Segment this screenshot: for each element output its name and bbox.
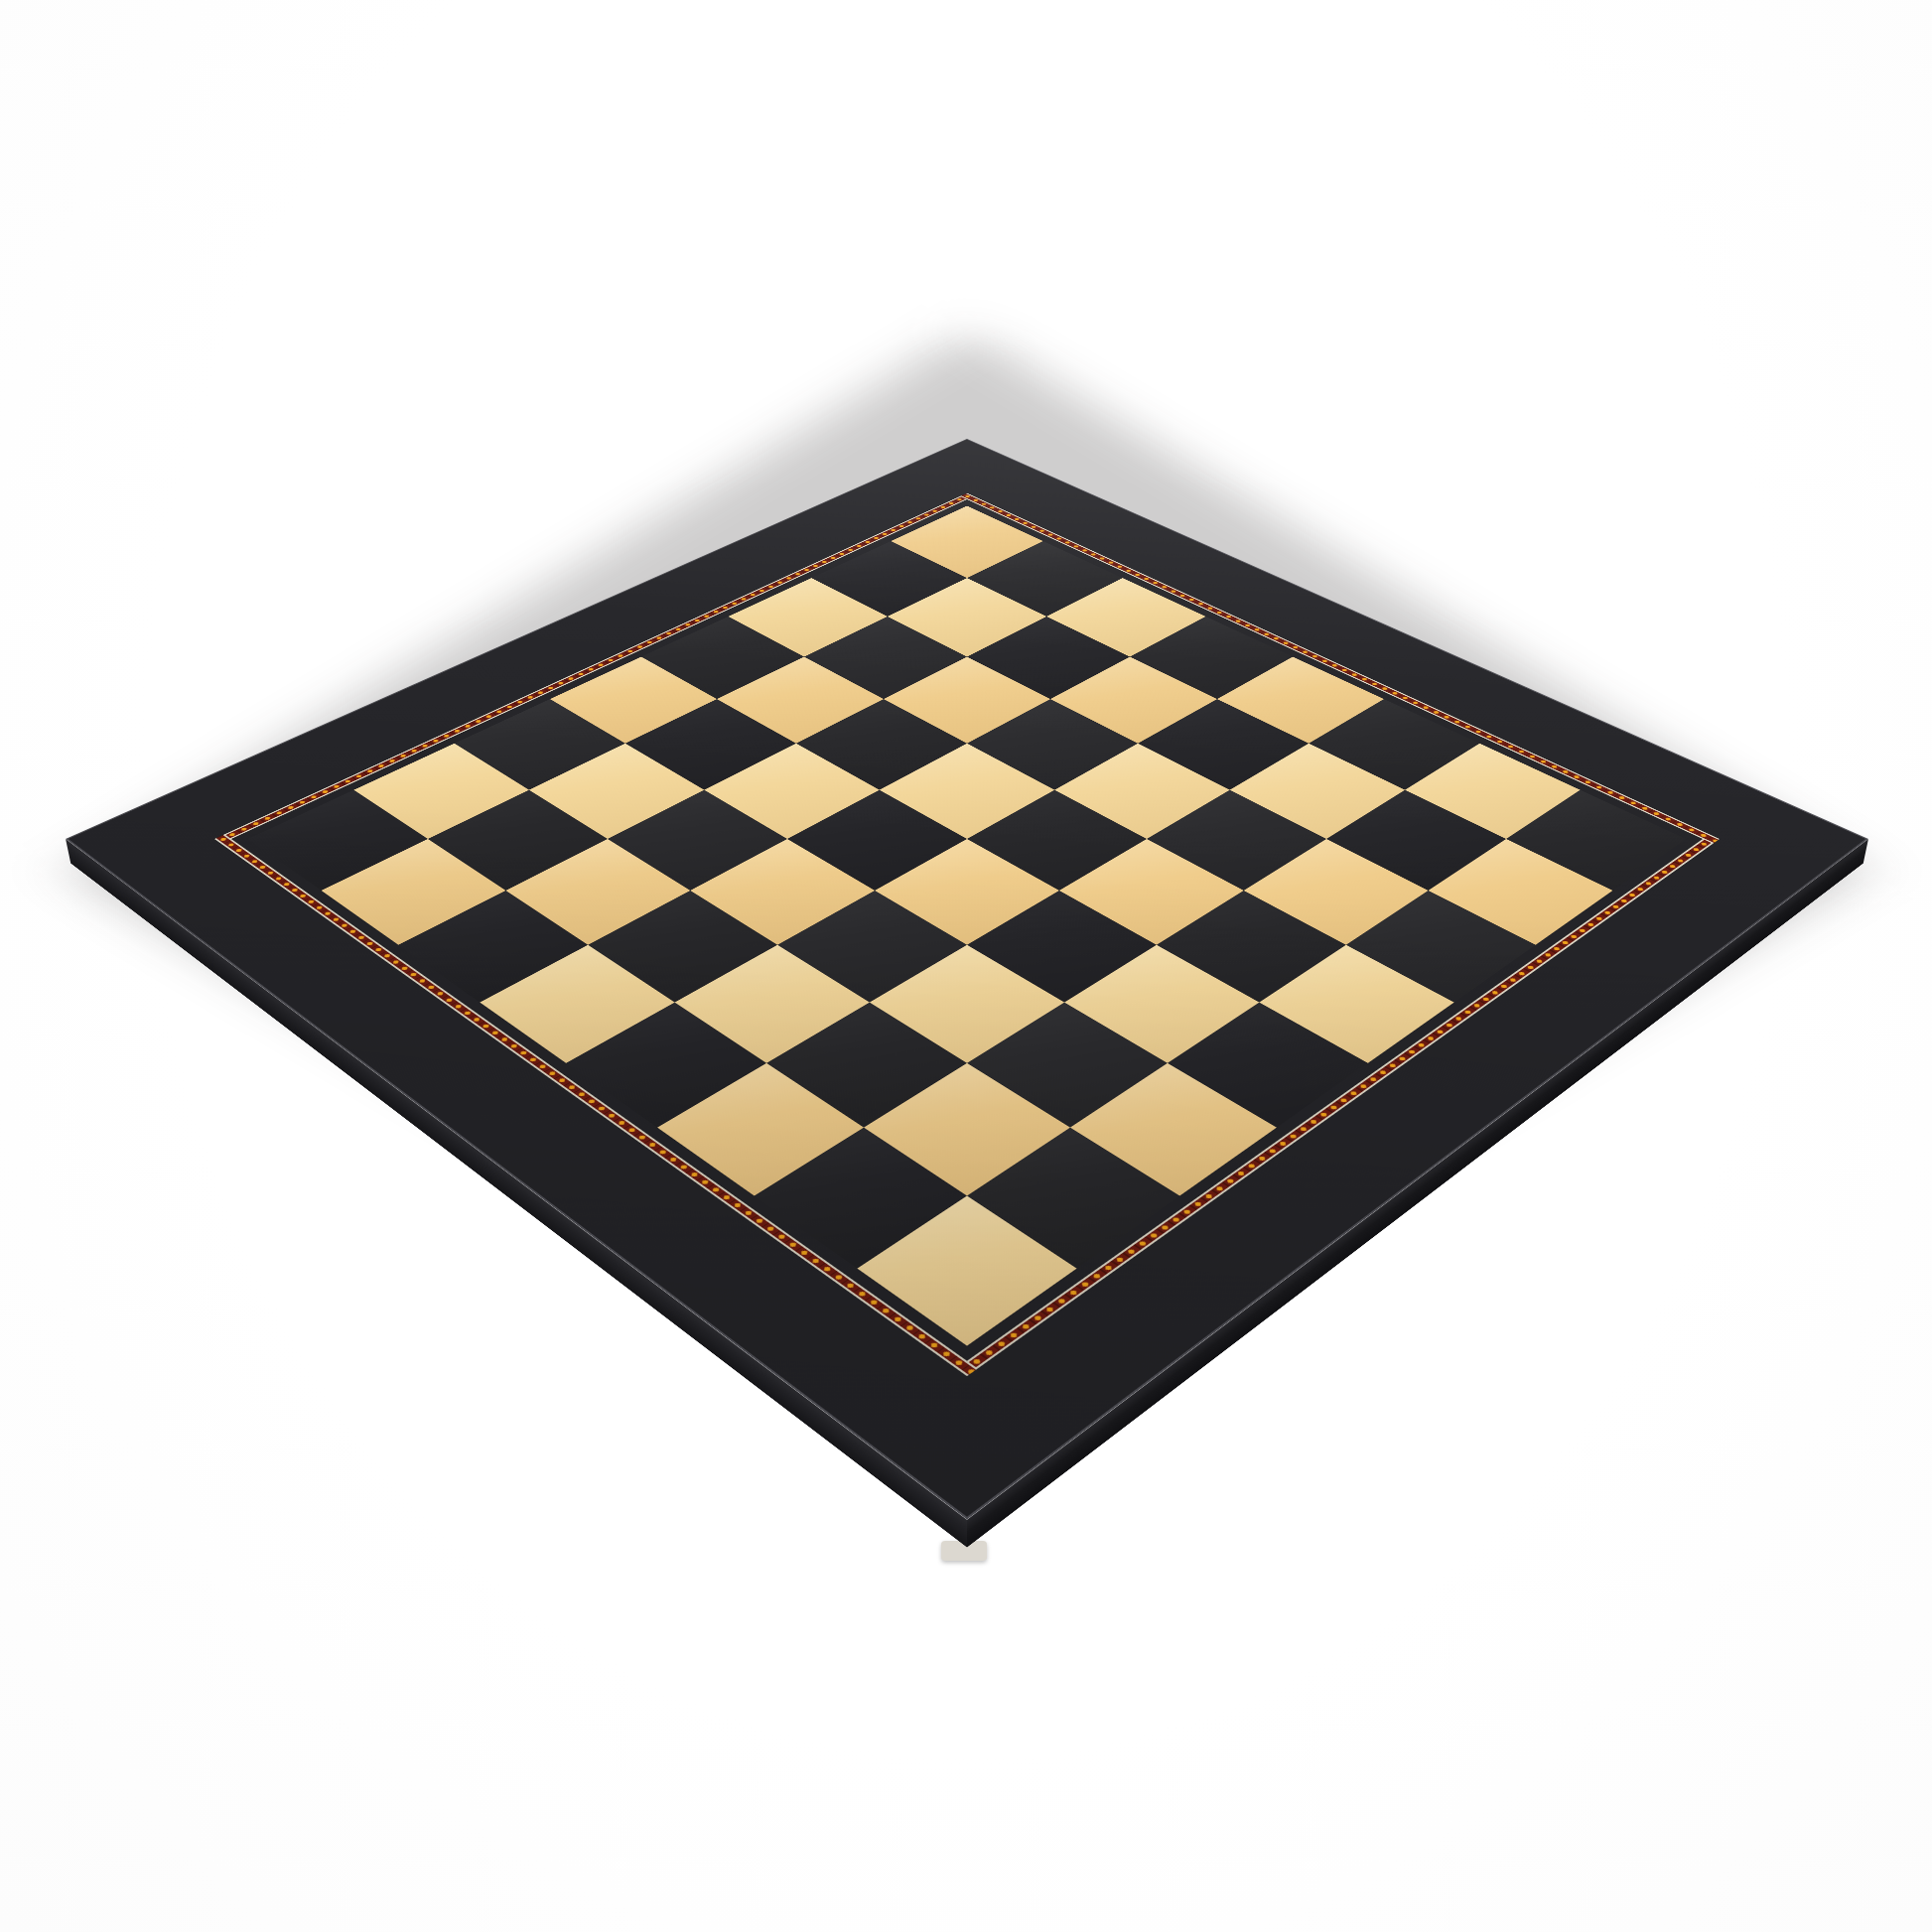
square-f3 bbox=[870, 945, 1064, 1063]
square-h5 bbox=[1259, 945, 1453, 1063]
square-d2 bbox=[588, 891, 777, 1003]
inlay-strip-bottom bbox=[214, 834, 978, 1376]
square-g3 bbox=[967, 1003, 1168, 1128]
square-f4 bbox=[967, 891, 1157, 1003]
square-b1 bbox=[322, 839, 506, 945]
playing-field bbox=[248, 506, 1686, 1346]
photo-background bbox=[0, 0, 1932, 1932]
square-f5 bbox=[1059, 839, 1244, 945]
square-d3 bbox=[690, 839, 875, 945]
square-g4 bbox=[1064, 945, 1259, 1063]
square-h7 bbox=[1429, 839, 1613, 945]
square-h6 bbox=[1346, 891, 1536, 1003]
board-top-surface bbox=[66, 439, 1868, 1520]
square-g1 bbox=[755, 1128, 967, 1269]
square-e2 bbox=[675, 945, 870, 1063]
square-c1 bbox=[398, 891, 588, 1003]
square-e4 bbox=[875, 839, 1059, 945]
square-e3 bbox=[777, 891, 967, 1003]
square-g5 bbox=[1157, 891, 1346, 1003]
square-e1 bbox=[566, 1003, 766, 1128]
chessboard bbox=[66, 439, 1868, 1520]
square-g2 bbox=[864, 1063, 1070, 1196]
photo-scene bbox=[0, 0, 1932, 1932]
square-f1 bbox=[657, 1063, 864, 1196]
square-d1 bbox=[480, 945, 674, 1063]
square-h3 bbox=[1070, 1063, 1277, 1196]
square-c2 bbox=[505, 839, 690, 945]
square-h4 bbox=[1168, 1003, 1368, 1128]
square-h1 bbox=[857, 1195, 1076, 1345]
inlay-strip-right bbox=[967, 839, 1713, 1368]
square-f2 bbox=[766, 1003, 967, 1128]
square-g6 bbox=[1244, 839, 1429, 945]
square-h2 bbox=[967, 1128, 1179, 1269]
